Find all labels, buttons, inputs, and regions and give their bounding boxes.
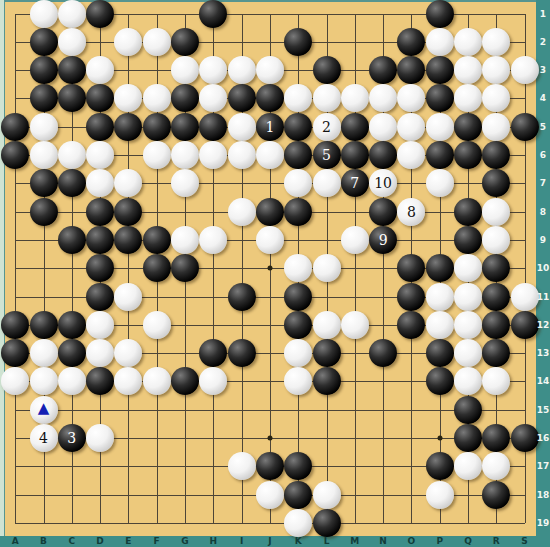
- black-stone-P17[interactable]: [426, 452, 454, 480]
- column-label-R: R: [493, 536, 500, 547]
- black-stone-E8[interactable]: [114, 198, 142, 226]
- white-stone-J9[interactable]: [256, 226, 284, 254]
- black-stone-R7[interactable]: [482, 169, 510, 197]
- white-stone-I17[interactable]: [228, 452, 256, 480]
- row-label-16: 16: [536, 433, 550, 443]
- white-stone-Q17[interactable]: [454, 452, 482, 480]
- white-stone-Q4[interactable]: [454, 84, 482, 112]
- column-label-C: C: [68, 536, 75, 547]
- row-label-8: 8: [536, 207, 550, 217]
- black-stone-Q5[interactable]: [454, 113, 482, 141]
- white-stone-I3[interactable]: [228, 56, 256, 84]
- black-stone-N3[interactable]: [369, 56, 397, 84]
- white-stone-Q10[interactable]: [454, 254, 482, 282]
- black-stone-B8[interactable]: [30, 198, 58, 226]
- white-stone-K13[interactable]: [284, 339, 312, 367]
- column-label-F: F: [154, 536, 160, 547]
- column-label-E: E: [125, 536, 131, 547]
- black-stone-G2[interactable]: [171, 28, 199, 56]
- black-stone-D8[interactable]: [86, 198, 114, 226]
- row-label-2: 2: [536, 37, 550, 47]
- black-stone-G4[interactable]: [171, 84, 199, 112]
- row-label-7: 7: [536, 178, 550, 188]
- white-stone-D13[interactable]: [86, 339, 114, 367]
- triangle-mark: ▲: [38, 401, 50, 416]
- white-stone-H3[interactable]: [199, 56, 227, 84]
- black-stone-K8[interactable]: [284, 198, 312, 226]
- white-stone-E14[interactable]: [114, 367, 142, 395]
- white-stone-P12[interactable]: [426, 311, 454, 339]
- white-stone-C14[interactable]: [58, 367, 86, 395]
- white-stone-M12[interactable]: [341, 311, 369, 339]
- white-stone-M4[interactable]: [341, 84, 369, 112]
- column-label-A: A: [12, 536, 19, 547]
- white-stone-D6[interactable]: [86, 141, 114, 169]
- black-stone-I13[interactable]: [228, 339, 256, 367]
- black-stone-A5[interactable]: [1, 113, 29, 141]
- black-stone-R11[interactable]: [482, 283, 510, 311]
- column-label-L: L: [324, 536, 330, 547]
- white-stone-Q11[interactable]: [454, 283, 482, 311]
- white-stone-L5[interactable]: 2: [313, 113, 341, 141]
- white-stone-P7[interactable]: [426, 169, 454, 197]
- white-stone-H4[interactable]: [199, 84, 227, 112]
- black-stone-J4[interactable]: [256, 84, 284, 112]
- black-stone-N8[interactable]: [369, 198, 397, 226]
- column-label-M: M: [350, 536, 359, 547]
- black-stone-C16[interactable]: 3: [58, 424, 86, 452]
- black-stone-L14[interactable]: [313, 367, 341, 395]
- white-stone-M9[interactable]: [341, 226, 369, 254]
- white-stone-B14[interactable]: [30, 367, 58, 395]
- white-stone-R17[interactable]: [482, 452, 510, 480]
- black-stone-D14[interactable]: [86, 367, 114, 395]
- row-label-13: 13: [536, 348, 550, 358]
- black-stone-G10[interactable]: [171, 254, 199, 282]
- black-stone-R6[interactable]: [482, 141, 510, 169]
- board-top-edge: [0, 0, 550, 2]
- column-label-J: J: [268, 536, 271, 547]
- black-stone-S5[interactable]: [511, 113, 539, 141]
- black-stone-H1[interactable]: [199, 0, 227, 28]
- row-label-11: 11: [536, 292, 550, 302]
- black-stone-P3[interactable]: [426, 56, 454, 84]
- white-stone-I6[interactable]: [228, 141, 256, 169]
- row-label-12: 12: [536, 320, 550, 330]
- white-stone-L10[interactable]: [313, 254, 341, 282]
- white-stone-J18[interactable]: [256, 481, 284, 509]
- black-stone-G5[interactable]: [171, 113, 199, 141]
- white-stone-B16[interactable]: 4: [30, 424, 58, 452]
- white-stone-J6[interactable]: [256, 141, 284, 169]
- column-label-N: N: [379, 536, 387, 547]
- row-label-17: 17: [536, 461, 550, 471]
- black-stone-D1[interactable]: [86, 0, 114, 28]
- black-stone-I4[interactable]: [228, 84, 256, 112]
- white-stone-Q3[interactable]: [454, 56, 482, 84]
- white-stone-D7[interactable]: [86, 169, 114, 197]
- move-number-label: 2: [322, 120, 331, 134]
- white-stone-S11[interactable]: [511, 283, 539, 311]
- white-stone-K14[interactable]: [284, 367, 312, 395]
- white-stone-E13[interactable]: [114, 339, 142, 367]
- black-stone-C4[interactable]: [58, 84, 86, 112]
- move-number-label: 9: [379, 233, 388, 247]
- black-stone-Q8[interactable]: [454, 198, 482, 226]
- white-stone-H14[interactable]: [199, 367, 227, 395]
- move-number-label: 10: [374, 176, 392, 190]
- go-board-app: 12571089▲43 ABCDEFGHIJKLMNOPQRS123456789…: [0, 0, 550, 547]
- white-stone-B15[interactable]: ▲: [30, 396, 58, 424]
- white-stone-P11[interactable]: [426, 283, 454, 311]
- white-stone-E11[interactable]: [114, 283, 142, 311]
- black-stone-G14[interactable]: [171, 367, 199, 395]
- white-stone-O8[interactable]: 8: [397, 198, 425, 226]
- white-stone-Q2[interactable]: [454, 28, 482, 56]
- black-stone-J17[interactable]: [256, 452, 284, 480]
- white-stone-P2[interactable]: [426, 28, 454, 56]
- white-stone-S3[interactable]: [511, 56, 539, 84]
- row-label-10: 10: [536, 263, 550, 273]
- column-label-H: H: [210, 536, 218, 547]
- white-stone-P5[interactable]: [426, 113, 454, 141]
- white-stone-C2[interactable]: [58, 28, 86, 56]
- column-label-K: K: [295, 536, 302, 547]
- black-stone-K17[interactable]: [284, 452, 312, 480]
- black-stone-N9[interactable]: 9: [369, 226, 397, 254]
- black-stone-M6[interactable]: [341, 141, 369, 169]
- white-stone-Q13[interactable]: [454, 339, 482, 367]
- row-label-1: 1: [536, 9, 550, 19]
- row-label-18: 18: [536, 490, 550, 500]
- board-left-edge: [0, 0, 5, 547]
- black-stone-Q16[interactable]: [454, 424, 482, 452]
- black-stone-R16[interactable]: [482, 424, 510, 452]
- row-label-6: 6: [536, 150, 550, 160]
- black-stone-K2[interactable]: [284, 28, 312, 56]
- black-stone-K11[interactable]: [284, 283, 312, 311]
- black-stone-R18[interactable]: [482, 481, 510, 509]
- white-stone-K19[interactable]: [284, 509, 312, 537]
- black-stone-O2[interactable]: [397, 28, 425, 56]
- black-stone-K18[interactable]: [284, 481, 312, 509]
- black-stone-P14[interactable]: [426, 367, 454, 395]
- row-label-3: 3: [536, 65, 550, 75]
- black-stone-O11[interactable]: [397, 283, 425, 311]
- move-number-label: 1: [265, 120, 274, 134]
- black-stone-A6[interactable]: [1, 141, 29, 169]
- black-stone-L6[interactable]: 5: [313, 141, 341, 169]
- white-stone-J3[interactable]: [256, 56, 284, 84]
- black-stone-D4[interactable]: [86, 84, 114, 112]
- column-label-D: D: [96, 536, 103, 547]
- white-stone-O5[interactable]: [397, 113, 425, 141]
- white-stone-O6[interactable]: [397, 141, 425, 169]
- white-stone-E7[interactable]: [114, 169, 142, 197]
- white-stone-H6[interactable]: [199, 141, 227, 169]
- black-stone-C13[interactable]: [58, 339, 86, 367]
- white-stone-R5[interactable]: [482, 113, 510, 141]
- black-stone-I11[interactable]: [228, 283, 256, 311]
- move-number-label: 5: [322, 148, 331, 162]
- column-label-P: P: [436, 536, 443, 547]
- white-stone-F4[interactable]: [143, 84, 171, 112]
- grid-line-horizontal: [15, 523, 524, 524]
- black-stone-E5[interactable]: [114, 113, 142, 141]
- white-stone-R3[interactable]: [482, 56, 510, 84]
- black-stone-S16[interactable]: [511, 424, 539, 452]
- black-stone-H13[interactable]: [199, 339, 227, 367]
- black-stone-C9[interactable]: [58, 226, 86, 254]
- black-stone-H5[interactable]: [199, 113, 227, 141]
- white-stone-D12[interactable]: [86, 311, 114, 339]
- white-stone-Q14[interactable]: [454, 367, 482, 395]
- white-stone-R8[interactable]: [482, 198, 510, 226]
- star-point: [267, 436, 272, 441]
- white-stone-F14[interactable]: [143, 367, 171, 395]
- black-stone-P6[interactable]: [426, 141, 454, 169]
- black-stone-P1[interactable]: [426, 0, 454, 28]
- white-stone-O4[interactable]: [397, 84, 425, 112]
- black-stone-D11[interactable]: [86, 283, 114, 311]
- black-stone-L3[interactable]: [313, 56, 341, 84]
- black-stone-Q6[interactable]: [454, 141, 482, 169]
- white-stone-F6[interactable]: [143, 141, 171, 169]
- move-number-label: 8: [407, 205, 416, 219]
- star-point: [267, 266, 272, 271]
- white-stone-R2[interactable]: [482, 28, 510, 56]
- white-stone-E4[interactable]: [114, 84, 142, 112]
- black-stone-K6[interactable]: [284, 141, 312, 169]
- white-stone-A14[interactable]: [1, 367, 29, 395]
- black-stone-R13[interactable]: [482, 339, 510, 367]
- white-stone-K10[interactable]: [284, 254, 312, 282]
- white-stone-C6[interactable]: [58, 141, 86, 169]
- white-stone-H9[interactable]: [199, 226, 227, 254]
- black-stone-J8[interactable]: [256, 198, 284, 226]
- white-stone-R9[interactable]: [482, 226, 510, 254]
- black-stone-F5[interactable]: [143, 113, 171, 141]
- white-stone-I8[interactable]: [228, 198, 256, 226]
- white-stone-B5[interactable]: [30, 113, 58, 141]
- black-stone-N13[interactable]: [369, 339, 397, 367]
- white-stone-N5[interactable]: [369, 113, 397, 141]
- row-label-15: 15: [536, 405, 550, 415]
- white-stone-G7[interactable]: [171, 169, 199, 197]
- black-stone-P13[interactable]: [426, 339, 454, 367]
- white-stone-B1[interactable]: [30, 0, 58, 28]
- black-stone-A12[interactable]: [1, 311, 29, 339]
- black-stone-C3[interactable]: [58, 56, 86, 84]
- white-stone-Q12[interactable]: [454, 311, 482, 339]
- black-stone-B12[interactable]: [30, 311, 58, 339]
- black-stone-O12[interactable]: [397, 311, 425, 339]
- white-stone-R14[interactable]: [482, 367, 510, 395]
- white-stone-K4[interactable]: [284, 84, 312, 112]
- white-stone-N4[interactable]: [369, 84, 397, 112]
- black-stone-J5[interactable]: 1: [256, 113, 284, 141]
- black-stone-Q9[interactable]: [454, 226, 482, 254]
- black-stone-L19[interactable]: [313, 509, 341, 537]
- column-label-S: S: [521, 536, 527, 547]
- black-stone-N6[interactable]: [369, 141, 397, 169]
- black-stone-K12[interactable]: [284, 311, 312, 339]
- black-stone-R10[interactable]: [482, 254, 510, 282]
- black-stone-O10[interactable]: [397, 254, 425, 282]
- white-stone-P18[interactable]: [426, 481, 454, 509]
- move-number-label: 7: [350, 176, 359, 190]
- black-stone-M7[interactable]: 7: [341, 169, 369, 197]
- black-stone-S12[interactable]: [511, 311, 539, 339]
- grid-line-horizontal: [15, 410, 524, 411]
- row-label-4: 4: [536, 93, 550, 103]
- white-stone-F2[interactable]: [143, 28, 171, 56]
- white-stone-D3[interactable]: [86, 56, 114, 84]
- black-stone-P10[interactable]: [426, 254, 454, 282]
- white-stone-B6[interactable]: [30, 141, 58, 169]
- white-stone-N7[interactable]: 10: [369, 169, 397, 197]
- black-stone-K5[interactable]: [284, 113, 312, 141]
- white-stone-R4[interactable]: [482, 84, 510, 112]
- black-stone-C12[interactable]: [58, 311, 86, 339]
- move-number-label: 4: [39, 431, 48, 445]
- white-stone-L18[interactable]: [313, 481, 341, 509]
- black-stone-E9[interactable]: [114, 226, 142, 254]
- white-stone-D16[interactable]: [86, 424, 114, 452]
- white-stone-I5[interactable]: [228, 113, 256, 141]
- black-stone-B3[interactable]: [30, 56, 58, 84]
- white-stone-B13[interactable]: [30, 339, 58, 367]
- column-label-Q: Q: [464, 536, 472, 547]
- white-stone-E2[interactable]: [114, 28, 142, 56]
- black-stone-O3[interactable]: [397, 56, 425, 84]
- column-label-O: O: [408, 536, 416, 547]
- move-number-label: 3: [67, 431, 76, 445]
- white-stone-F12[interactable]: [143, 311, 171, 339]
- black-stone-D10[interactable]: [86, 254, 114, 282]
- black-stone-Q15[interactable]: [454, 396, 482, 424]
- column-label-I: I: [240, 536, 243, 547]
- white-stone-G6[interactable]: [171, 141, 199, 169]
- black-stone-A13[interactable]: [1, 339, 29, 367]
- row-label-14: 14: [536, 376, 550, 386]
- row-label-19: 19: [536, 518, 550, 528]
- white-stone-L7[interactable]: [313, 169, 341, 197]
- black-stone-B2[interactable]: [30, 28, 58, 56]
- white-stone-C1[interactable]: [58, 0, 86, 28]
- black-stone-F9[interactable]: [143, 226, 171, 254]
- black-stone-B7[interactable]: [30, 169, 58, 197]
- row-label-5: 5: [536, 122, 550, 132]
- star-point: [437, 436, 442, 441]
- black-stone-D5[interactable]: [86, 113, 114, 141]
- white-stone-G9[interactable]: [171, 226, 199, 254]
- black-stone-C7[interactable]: [58, 169, 86, 197]
- black-stone-D9[interactable]: [86, 226, 114, 254]
- black-stone-L13[interactable]: [313, 339, 341, 367]
- white-stone-L12[interactable]: [313, 311, 341, 339]
- white-stone-L4[interactable]: [313, 84, 341, 112]
- black-stone-B4[interactable]: [30, 84, 58, 112]
- black-stone-R12[interactable]: [482, 311, 510, 339]
- black-stone-M5[interactable]: [341, 113, 369, 141]
- column-label-B: B: [40, 536, 47, 547]
- white-stone-K7[interactable]: [284, 169, 312, 197]
- black-stone-P4[interactable]: [426, 84, 454, 112]
- row-label-9: 9: [536, 235, 550, 245]
- column-label-G: G: [181, 536, 188, 547]
- white-stone-G3[interactable]: [171, 56, 199, 84]
- black-stone-F10[interactable]: [143, 254, 171, 282]
